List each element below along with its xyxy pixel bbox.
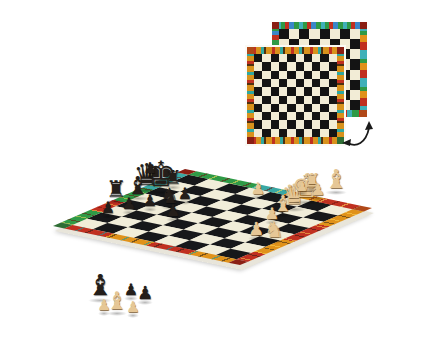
piece-shadow bbox=[282, 207, 306, 212]
flat-draughts-square bbox=[312, 62, 320, 70]
flat-draughts-square bbox=[296, 71, 304, 79]
flat-draughts-square bbox=[279, 104, 287, 112]
flat-chess-border-top bbox=[272, 22, 367, 29]
flat-draughts-square bbox=[262, 87, 270, 95]
flat-draughts-square bbox=[254, 120, 262, 128]
flat-draughts-square bbox=[287, 79, 295, 87]
flat-chess-square bbox=[340, 29, 350, 39]
flat-draughts-square bbox=[296, 120, 304, 128]
piece-shadow bbox=[165, 185, 181, 190]
white-bishop: ♝ bbox=[317, 165, 356, 193]
flat-draughts-square bbox=[296, 129, 304, 137]
piece-shadow bbox=[127, 313, 140, 318]
flat-chess-square bbox=[299, 29, 309, 39]
flat-draughts-square bbox=[271, 62, 279, 70]
flat-chess-square bbox=[289, 29, 299, 39]
piece-shadow bbox=[122, 210, 136, 215]
flat-draughts-square bbox=[287, 62, 295, 70]
flat-draughts-square bbox=[329, 54, 337, 62]
flat-draughts-square bbox=[262, 62, 270, 70]
flat-draughts-square bbox=[271, 96, 279, 104]
flat-draughts-corner bbox=[337, 47, 344, 54]
flat-draughts-square bbox=[271, 54, 279, 62]
flat-draughts-square bbox=[312, 112, 320, 120]
flat-draughts-square bbox=[271, 104, 279, 112]
piece-shadow bbox=[88, 298, 113, 303]
flat-draughts-square bbox=[296, 79, 304, 87]
flat-draughts-square bbox=[320, 71, 328, 79]
flat-draughts-square bbox=[271, 129, 279, 137]
flat-draughts-square bbox=[262, 79, 270, 87]
piece-shadow bbox=[137, 300, 152, 305]
flat-draughts-square bbox=[312, 104, 320, 112]
piece-shadow bbox=[146, 190, 176, 195]
flat-chess-square bbox=[350, 59, 360, 69]
flat-chess-square bbox=[320, 29, 330, 39]
piece-shadow bbox=[143, 207, 157, 212]
flat-draughts-square bbox=[287, 120, 295, 128]
piece-shadow bbox=[166, 217, 180, 222]
flat-draughts-square bbox=[279, 62, 287, 70]
flat-draughts-square bbox=[304, 129, 312, 137]
flat-draughts-square bbox=[279, 129, 287, 137]
flat-draughts-square bbox=[279, 54, 287, 62]
flat-draughts-square bbox=[271, 79, 279, 87]
flat-draughts-square bbox=[312, 71, 320, 79]
flat-draughts-square bbox=[320, 96, 328, 104]
piece-shadow bbox=[144, 174, 157, 179]
flat-draughts-square bbox=[329, 62, 337, 70]
piece-shadow bbox=[325, 190, 347, 195]
flat-draughts-square bbox=[304, 87, 312, 95]
piece-shadow bbox=[265, 220, 279, 225]
flat-draughts-border-bottom bbox=[247, 137, 344, 144]
flat-draughts-square bbox=[254, 96, 262, 104]
black-bishop-captured: ♝ bbox=[78, 270, 122, 301]
flat-draughts-square bbox=[304, 62, 312, 70]
flat-draughts-square bbox=[304, 79, 312, 87]
flat-chess-square bbox=[350, 39, 360, 49]
piece-shadow bbox=[127, 196, 148, 201]
piece-shadow bbox=[101, 214, 115, 219]
piece-shadow bbox=[251, 195, 265, 200]
flat-draughts-square bbox=[254, 104, 262, 112]
flat-draughts-square bbox=[320, 79, 328, 87]
piece-shadow bbox=[248, 236, 263, 241]
flat-draughts-square bbox=[304, 54, 312, 62]
flat-draughts-square bbox=[320, 120, 328, 128]
flat-draughts-square bbox=[296, 54, 304, 62]
flat-draughts-square bbox=[287, 129, 295, 137]
flat-draughts-square bbox=[312, 87, 320, 95]
flat-draughts-square bbox=[287, 104, 295, 112]
flat-draughts-square bbox=[279, 71, 287, 79]
flat-draughts-square bbox=[271, 87, 279, 95]
product-photo-stage: ♜♟♟♝♛♚♟♟♞♟♟♜♟♟♛♝♟♝♚♟♟♞♜♟♝♟♝♟♟♟ bbox=[0, 0, 430, 360]
flat-chess-square bbox=[309, 29, 319, 39]
flat-chess-square bbox=[350, 70, 360, 80]
flat-draughts-square bbox=[304, 112, 312, 120]
flat-draughts-corner bbox=[247, 47, 254, 54]
flat-draughts-square bbox=[296, 112, 304, 120]
flat-draughts-square bbox=[287, 87, 295, 95]
flat-draughts-grid bbox=[254, 54, 337, 137]
flat-draughts-square bbox=[262, 104, 270, 112]
flat-draughts-square bbox=[304, 104, 312, 112]
flat-draughts-square bbox=[329, 129, 337, 137]
flat-draughts-square bbox=[271, 120, 279, 128]
flat-draughts-square bbox=[312, 129, 320, 137]
flat-chess-corner bbox=[272, 22, 279, 29]
flat-chess-square bbox=[350, 90, 360, 100]
flat-draughts-square bbox=[312, 79, 320, 87]
flat-draughts-square bbox=[320, 62, 328, 70]
flat-draughts-square bbox=[262, 129, 270, 137]
flat-chess-square bbox=[350, 29, 360, 39]
flat-draughts-square bbox=[271, 112, 279, 120]
flat-draughts-square bbox=[296, 62, 304, 70]
flat-chess-square bbox=[350, 100, 360, 110]
piece-shadow bbox=[311, 196, 325, 201]
flat-draughts-square bbox=[254, 71, 262, 79]
piece-shadow bbox=[161, 205, 179, 210]
piece-shadow bbox=[274, 213, 293, 218]
flat-draughts-square bbox=[262, 120, 270, 128]
flat-draughts-square bbox=[254, 87, 262, 95]
flat-draughts-square bbox=[262, 96, 270, 104]
flat-draughts-square bbox=[320, 54, 328, 62]
flat-draughts-square bbox=[279, 96, 287, 104]
flat-draughts-board-face bbox=[247, 47, 344, 144]
flat-draughts-square bbox=[329, 79, 337, 87]
flat-draughts-square bbox=[279, 79, 287, 87]
piece-shadow bbox=[124, 296, 138, 301]
flat-draughts-square bbox=[320, 87, 328, 95]
flat-draughts-square bbox=[304, 96, 312, 104]
flip-sides-arrow-icon bbox=[338, 112, 378, 152]
flat-draughts-square bbox=[287, 54, 295, 62]
flat-draughts-square bbox=[329, 120, 337, 128]
flat-draughts-square bbox=[287, 96, 295, 104]
piece-shadow bbox=[304, 188, 320, 193]
flat-draughts-square bbox=[279, 87, 287, 95]
flat-draughts-square bbox=[254, 62, 262, 70]
piece-shadow bbox=[178, 200, 192, 205]
flat-chess-square bbox=[350, 80, 360, 90]
flat-draughts-square bbox=[329, 87, 337, 95]
flat-chess-border-right bbox=[360, 22, 367, 117]
flat-draughts-square bbox=[320, 104, 328, 112]
flat-draughts-square bbox=[312, 120, 320, 128]
flat-draughts-square bbox=[320, 129, 328, 137]
flat-chess-square bbox=[330, 29, 340, 39]
flat-draughts-square bbox=[262, 112, 270, 120]
flat-draughts-square bbox=[312, 96, 320, 104]
flat-draughts-square bbox=[287, 112, 295, 120]
flat-chess-square bbox=[350, 49, 360, 59]
flat-draughts-square bbox=[254, 79, 262, 87]
flat-draughts-square bbox=[279, 112, 287, 120]
flat-draughts-square bbox=[254, 54, 262, 62]
piece-shadow bbox=[107, 311, 127, 316]
piece-shadow bbox=[106, 199, 126, 204]
flat-draughts-square bbox=[254, 112, 262, 120]
flat-chess-corner bbox=[360, 22, 367, 29]
flat-draughts-square bbox=[296, 96, 304, 104]
flat-draughts-square bbox=[329, 96, 337, 104]
flat-draughts-square bbox=[296, 104, 304, 112]
flat-draughts-square bbox=[287, 71, 295, 79]
flat-draughts-square bbox=[329, 112, 337, 120]
flat-draughts-square bbox=[296, 87, 304, 95]
flat-draughts-square bbox=[271, 71, 279, 79]
flat-draughts-square bbox=[320, 112, 328, 120]
flat-draughts-square bbox=[329, 104, 337, 112]
flat-draughts-border-left bbox=[247, 47, 254, 144]
flat-draughts-square bbox=[279, 120, 287, 128]
flat-draughts-border-top bbox=[247, 47, 344, 54]
flat-chess-square bbox=[279, 29, 289, 39]
flat-draughts-square bbox=[262, 54, 270, 62]
flat-draughts-square bbox=[329, 71, 337, 79]
flat-draughts-square bbox=[254, 129, 262, 137]
flat-draughts-corner bbox=[247, 137, 254, 144]
flat-draughts-square bbox=[304, 71, 312, 79]
flat-draughts-square bbox=[304, 120, 312, 128]
piece-shadow bbox=[265, 239, 284, 244]
flat-draughts-square bbox=[262, 71, 270, 79]
flat-draughts-square bbox=[312, 54, 320, 62]
